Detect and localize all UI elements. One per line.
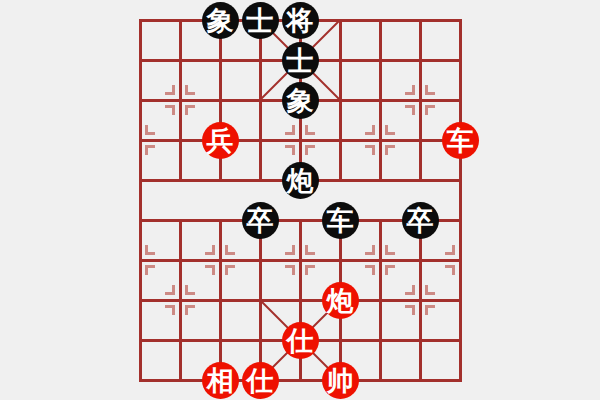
point-mark [372, 145, 375, 155]
point-mark [425, 305, 428, 315]
piece-black-advisor-1[interactable]: 士 [242, 2, 279, 39]
point-mark [185, 105, 188, 115]
point-mark [145, 265, 148, 275]
point-mark [385, 125, 388, 135]
point-mark [185, 285, 188, 295]
piece-black-pawn-2[interactable]: 卒 [402, 202, 439, 239]
piece-red-elephant-1[interactable]: 相 [202, 362, 239, 399]
point-mark [305, 145, 308, 155]
point-mark [212, 245, 215, 255]
grid-line-v [379, 220, 382, 380]
grid-line-v [179, 20, 182, 180]
point-mark [172, 85, 175, 95]
point-mark [385, 245, 388, 255]
point-mark [372, 245, 375, 255]
point-mark [385, 265, 388, 275]
point-mark [305, 265, 308, 275]
point-mark [412, 285, 415, 295]
point-mark [412, 85, 415, 95]
grid-line-v [379, 20, 382, 180]
point-mark [172, 285, 175, 295]
grid-line-v [419, 20, 422, 180]
point-mark [425, 105, 428, 115]
grid-line-v [259, 20, 262, 180]
point-mark [212, 265, 215, 275]
point-mark [412, 105, 415, 115]
point-mark [385, 145, 388, 155]
point-mark [185, 85, 188, 95]
point-mark [305, 125, 308, 135]
point-mark [145, 125, 148, 135]
point-mark [372, 125, 375, 135]
piece-black-rook[interactable]: 车 [322, 202, 359, 239]
point-mark [292, 265, 295, 275]
piece-black-elephant-2[interactable]: 象 [282, 82, 319, 119]
piece-black-advisor-2[interactable]: 士 [282, 42, 319, 79]
grid-line-v [219, 220, 222, 380]
point-mark [292, 145, 295, 155]
point-mark [425, 285, 428, 295]
piece-red-advisor-2[interactable]: 仕 [242, 362, 279, 399]
point-mark [185, 305, 188, 315]
xiangqi-screenshot: 象士将士象炮卒车卒兵车炮仕相仕帅 [0, 0, 600, 400]
grid-line-v [179, 220, 182, 380]
point-mark [292, 125, 295, 135]
piece-red-rook[interactable]: 车 [442, 122, 479, 159]
grid-line-v [259, 220, 262, 380]
point-mark [305, 245, 308, 255]
point-mark [172, 105, 175, 115]
piece-red-cannon[interactable]: 炮 [322, 282, 359, 319]
point-mark [412, 305, 415, 315]
piece-black-elephant-1[interactable]: 象 [202, 2, 239, 39]
piece-red-general[interactable]: 帅 [322, 362, 359, 399]
point-mark [225, 245, 228, 255]
point-mark [145, 145, 148, 155]
grid-line-v [419, 220, 422, 380]
point-mark [425, 85, 428, 95]
piece-black-pawn-1[interactable]: 卒 [242, 202, 279, 239]
piece-red-advisor-1[interactable]: 仕 [282, 322, 319, 359]
piece-black-general[interactable]: 将 [282, 2, 319, 39]
point-mark [145, 245, 148, 255]
point-mark [225, 265, 228, 275]
point-mark [372, 265, 375, 275]
piece-black-cannon[interactable]: 炮 [282, 162, 319, 199]
point-mark [172, 305, 175, 315]
grid-line-v [339, 20, 342, 180]
point-mark [452, 245, 455, 255]
point-mark [452, 265, 455, 275]
piece-red-pawn-1[interactable]: 兵 [202, 122, 239, 159]
point-mark [292, 245, 295, 255]
xiangqi-board: 象士将士象炮卒车卒兵车炮仕相仕帅 [120, 0, 480, 400]
